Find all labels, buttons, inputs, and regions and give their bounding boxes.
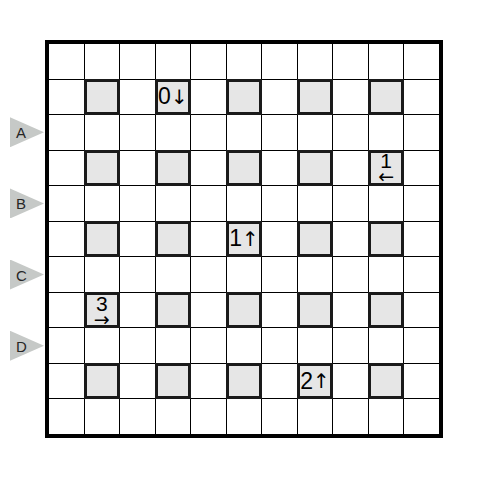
shaded-square — [84, 79, 121, 116]
clue-number: 1 — [229, 227, 242, 250]
down-arrow-icon: ↓ — [171, 87, 188, 107]
grid-cell[interactable] — [120, 186, 155, 221]
grid-cell[interactable] — [120, 328, 155, 363]
shaded-square — [155, 292, 192, 329]
grid-cell[interactable] — [369, 399, 404, 434]
shaded-square — [84, 363, 121, 400]
grid-cell[interactable] — [262, 151, 297, 186]
shaded-cell — [85, 151, 120, 186]
shaded-cell — [85, 222, 120, 257]
shaded-cell — [369, 364, 404, 399]
grid-cell[interactable] — [85, 44, 120, 79]
grid-cell[interactable] — [298, 115, 333, 150]
clue-number: 2 — [300, 370, 313, 393]
grid-cell[interactable] — [85, 399, 120, 434]
grid-cell[interactable] — [333, 328, 368, 363]
grid-cell[interactable] — [262, 364, 297, 399]
shaded-square — [84, 221, 121, 258]
grid-cell[interactable] — [262, 80, 297, 115]
grid-cell[interactable] — [227, 399, 262, 434]
grid-cell[interactable] — [49, 222, 84, 257]
grid-cell[interactable] — [49, 44, 84, 79]
grid-cell[interactable] — [227, 328, 262, 363]
clue: 1↑ — [226, 221, 263, 258]
grid-cell[interactable] — [85, 186, 120, 221]
shaded-square — [297, 292, 334, 329]
shaded-square — [368, 292, 405, 329]
shaded-cell — [156, 222, 191, 257]
row-marker-label: D — [16, 337, 27, 354]
shaded-square — [368, 79, 405, 116]
grid-cell[interactable] — [85, 257, 120, 292]
up-arrow-icon: ↑ — [242, 229, 259, 249]
grid-cell[interactable] — [369, 186, 404, 221]
shaded-cell — [156, 293, 191, 328]
row-marker-b: B — [10, 188, 44, 218]
grid-cell[interactable] — [120, 151, 155, 186]
shaded-cell — [369, 293, 404, 328]
shaded-cell — [156, 364, 191, 399]
row-marker-label: B — [16, 195, 26, 212]
grid-cell[interactable] — [333, 115, 368, 150]
grid-cell[interactable] — [369, 257, 404, 292]
grid-cell[interactable] — [191, 186, 226, 221]
shaded-square — [368, 363, 405, 400]
grid-cell[interactable] — [49, 328, 84, 363]
grid-cell[interactable] — [120, 115, 155, 150]
grid-cell[interactable] — [404, 364, 439, 399]
shaded-square — [226, 292, 263, 329]
grid-cell[interactable] — [404, 80, 439, 115]
grid-cell[interactable] — [262, 222, 297, 257]
puzzle-page: 0↓1←1↑3→2↑ ABCD — [0, 0, 493, 484]
grid-cell[interactable] — [49, 364, 84, 399]
grid-cell[interactable] — [369, 115, 404, 150]
shaded-square — [155, 150, 192, 187]
grid-cell[interactable] — [120, 222, 155, 257]
clue-cell: 2↑ — [298, 364, 333, 399]
grid-cell[interactable] — [191, 328, 226, 363]
shaded-square — [368, 221, 405, 258]
grid-cell[interactable] — [404, 222, 439, 257]
grid-cell[interactable] — [156, 257, 191, 292]
grid-cell[interactable] — [369, 44, 404, 79]
grid-cell[interactable] — [404, 44, 439, 79]
grid-cell[interactable] — [120, 44, 155, 79]
grid-cell[interactable] — [333, 364, 368, 399]
grid-cell[interactable] — [262, 186, 297, 221]
left-arrow-icon: ← — [378, 169, 394, 183]
up-arrow-icon: ↑ — [313, 371, 330, 391]
shaded-cell — [298, 151, 333, 186]
grid-cell[interactable] — [262, 115, 297, 150]
shaded-cell — [85, 364, 120, 399]
shaded-cell — [369, 80, 404, 115]
grid-cell[interactable] — [85, 115, 120, 150]
grid-cell[interactable] — [191, 293, 226, 328]
grid-cell[interactable] — [298, 186, 333, 221]
clue-cell: 1↑ — [227, 222, 262, 257]
grid-cell[interactable] — [298, 328, 333, 363]
grid-cell[interactable] — [227, 186, 262, 221]
grid-cell[interactable] — [262, 257, 297, 292]
grid-cell[interactable] — [191, 222, 226, 257]
grid-cell[interactable] — [404, 257, 439, 292]
grid-cell[interactable] — [227, 257, 262, 292]
clue: 3→ — [84, 292, 121, 329]
shaded-cell — [227, 364, 262, 399]
row-marker-label: C — [16, 266, 27, 283]
grid-cell[interactable] — [404, 115, 439, 150]
grid-cell[interactable] — [49, 186, 84, 221]
puzzle-board: 0↓1←1↑3→2↑ — [45, 40, 443, 438]
grid-cell[interactable] — [404, 186, 439, 221]
grid-cell[interactable] — [369, 328, 404, 363]
grid-cell[interactable] — [120, 257, 155, 292]
shaded-square — [84, 150, 121, 187]
grid-cell[interactable] — [191, 151, 226, 186]
grid-cell[interactable] — [156, 328, 191, 363]
shaded-square — [155, 363, 192, 400]
clue: 0↓ — [155, 79, 192, 116]
grid-cell[interactable] — [191, 257, 226, 292]
grid-cell[interactable] — [49, 293, 84, 328]
row-marker-c: C — [10, 260, 44, 290]
grid-cell[interactable] — [404, 328, 439, 363]
grid-cell[interactable] — [333, 222, 368, 257]
shaded-square — [226, 79, 263, 116]
shaded-square — [226, 363, 263, 400]
grid-cell[interactable] — [49, 399, 84, 434]
row-marker-d: D — [10, 331, 44, 361]
row-marker-a: A — [10, 117, 44, 147]
grid-cell[interactable] — [120, 364, 155, 399]
shaded-square — [297, 150, 334, 187]
grid-cell[interactable] — [333, 80, 368, 115]
shaded-cell — [85, 80, 120, 115]
shaded-cell — [369, 222, 404, 257]
shaded-square — [297, 79, 334, 116]
grid-cell[interactable] — [156, 115, 191, 150]
clue-number: 0 — [158, 85, 171, 108]
shaded-cell — [298, 222, 333, 257]
row-marker-label: A — [16, 124, 26, 141]
grid-cell[interactable] — [191, 44, 226, 79]
shaded-cell — [227, 293, 262, 328]
grid-cell[interactable] — [191, 115, 226, 150]
grid-cell[interactable] — [85, 328, 120, 363]
clue-cell: 3→ — [85, 293, 120, 328]
shaded-square — [155, 221, 192, 258]
right-arrow-icon: → — [94, 312, 110, 326]
grid-cell[interactable] — [262, 44, 297, 79]
shaded-cell — [227, 151, 262, 186]
shaded-square — [226, 150, 263, 187]
shaded-square — [297, 221, 334, 258]
grid-cell[interactable] — [227, 115, 262, 150]
grid-cell[interactable] — [49, 151, 84, 186]
grid-cell[interactable] — [333, 186, 368, 221]
grid-cell[interactable] — [262, 328, 297, 363]
clue: 1← — [368, 150, 405, 187]
grid-cell[interactable] — [333, 151, 368, 186]
shaded-cell — [156, 151, 191, 186]
grid-cell[interactable] — [191, 80, 226, 115]
shaded-cell — [298, 80, 333, 115]
grid-cell[interactable] — [156, 44, 191, 79]
grid-cell[interactable] — [49, 115, 84, 150]
grid-cell[interactable] — [156, 399, 191, 434]
clue-cell: 0↓ — [156, 80, 191, 115]
grid-cell[interactable] — [404, 293, 439, 328]
grid-cell[interactable] — [404, 151, 439, 186]
grid-cell[interactable] — [404, 399, 439, 434]
grid-cell[interactable] — [333, 257, 368, 292]
grid-cell[interactable] — [191, 364, 226, 399]
shaded-cell — [298, 293, 333, 328]
grid-cell[interactable] — [120, 80, 155, 115]
grid-cell[interactable] — [333, 44, 368, 79]
grid-cell[interactable] — [298, 399, 333, 434]
grid-cell[interactable] — [262, 399, 297, 434]
clue: 2↑ — [297, 363, 334, 400]
grid-cell[interactable] — [298, 44, 333, 79]
grid-cell[interactable] — [49, 80, 84, 115]
shaded-cell — [227, 80, 262, 115]
grid-cell[interactable] — [49, 257, 84, 292]
grid-cell[interactable] — [333, 399, 368, 434]
grid-cell[interactable] — [120, 399, 155, 434]
grid-cell[interactable] — [191, 399, 226, 434]
grid-cell[interactable] — [333, 293, 368, 328]
grid-cell[interactable] — [262, 293, 297, 328]
clue-cell: 1← — [369, 151, 404, 186]
grid-cell[interactable] — [298, 257, 333, 292]
grid-cell[interactable] — [227, 44, 262, 79]
grid-cell[interactable] — [120, 293, 155, 328]
grid-cell[interactable] — [156, 186, 191, 221]
